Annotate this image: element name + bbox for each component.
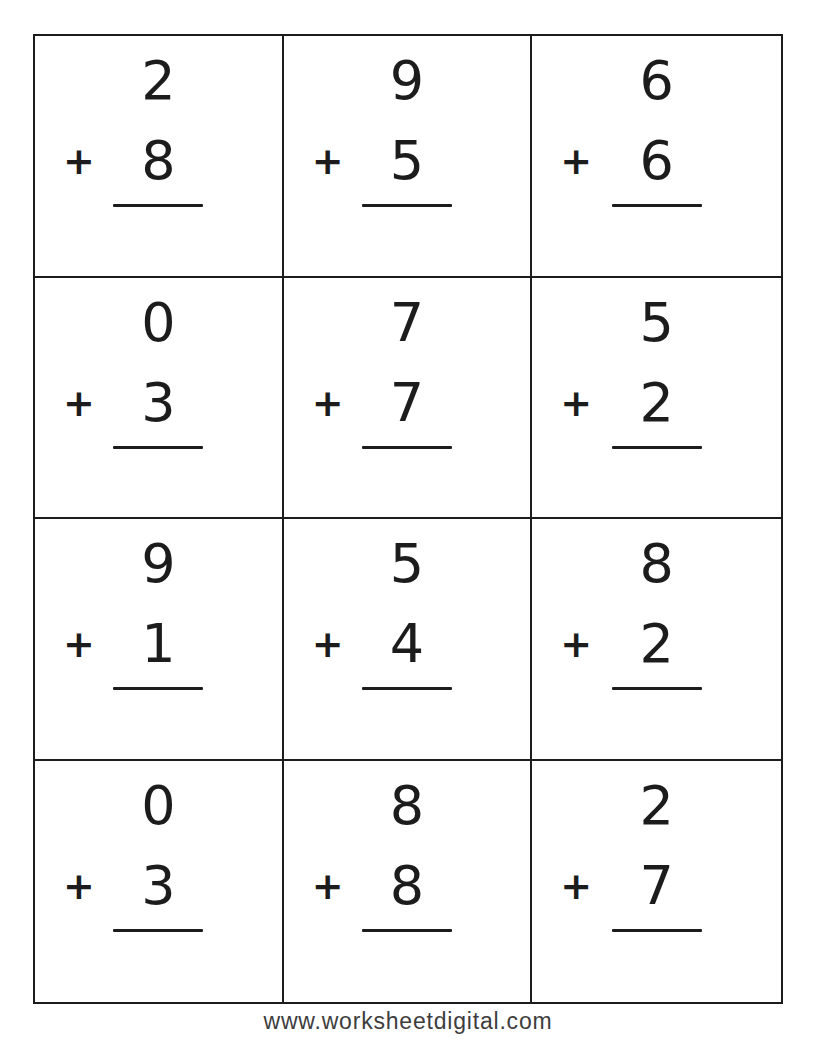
problem-grid: 2 + 8 9 + 5 6 + 6 0 +: [33, 34, 783, 1004]
answer-line: [113, 687, 203, 690]
addend-bottom: 7: [390, 371, 424, 434]
problem-cell-8: 5 + 4: [284, 519, 533, 761]
problem-cell-4: 0 + 3: [35, 278, 284, 520]
addend-bottom: 4: [390, 612, 424, 675]
answer-line: [362, 929, 452, 932]
plus-icon: +: [312, 142, 344, 180]
plus-icon: +: [63, 625, 95, 663]
problem-cell-1: 2 + 8: [35, 36, 284, 278]
addend-top: 8: [639, 532, 673, 595]
answer-line: [612, 446, 702, 449]
addend-bottom: 1: [141, 612, 175, 675]
problem-cell-5: 7 + 7: [284, 278, 533, 520]
answer-line: [113, 929, 203, 932]
answer-line: [113, 204, 203, 207]
plus-icon: +: [63, 384, 95, 422]
addend-top: 9: [390, 49, 424, 112]
problem-cell-7: 9 + 1: [35, 519, 284, 761]
addend-top: 2: [141, 49, 175, 112]
problem-cell-11: 8 + 8: [284, 761, 533, 1003]
addend-bottom: 7: [639, 854, 673, 917]
plus-icon: +: [560, 625, 592, 663]
addend-top: 5: [639, 291, 673, 354]
addend-top: 0: [141, 774, 175, 837]
plus-icon: +: [63, 142, 95, 180]
worksheet-page: 2 + 8 9 + 5 6 + 6 0 +: [0, 0, 816, 1056]
problem-cell-2: 9 + 5: [284, 36, 533, 278]
addend-bottom: 6: [639, 129, 673, 192]
addend-top: 7: [390, 291, 424, 354]
answer-line: [612, 929, 702, 932]
answer-line: [362, 446, 452, 449]
plus-icon: +: [560, 867, 592, 905]
addend-bottom: 8: [390, 854, 424, 917]
problem-cell-10: 0 + 3: [35, 761, 284, 1003]
addend-top: 8: [390, 774, 424, 837]
addend-top: 6: [639, 49, 673, 112]
footer-url: www.worksheetdigital.com: [0, 1008, 816, 1035]
answer-line: [362, 204, 452, 207]
answer-line: [113, 446, 203, 449]
addend-bottom: 2: [639, 612, 673, 675]
problem-cell-9: 8 + 2: [532, 519, 781, 761]
addend-bottom: 5: [390, 129, 424, 192]
addend-top: 2: [639, 774, 673, 837]
addend-bottom: 8: [141, 129, 175, 192]
addend-top: 9: [141, 532, 175, 595]
answer-line: [612, 204, 702, 207]
addend-top: 5: [390, 532, 424, 595]
addend-bottom: 2: [639, 371, 673, 434]
addend-top: 0: [141, 291, 175, 354]
plus-icon: +: [312, 625, 344, 663]
plus-icon: +: [312, 384, 344, 422]
answer-line: [362, 687, 452, 690]
addend-bottom: 3: [141, 854, 175, 917]
plus-icon: +: [560, 142, 592, 180]
addend-bottom: 3: [141, 371, 175, 434]
plus-icon: +: [560, 384, 592, 422]
problem-cell-3: 6 + 6: [532, 36, 781, 278]
answer-line: [612, 687, 702, 690]
problem-cell-12: 2 + 7: [532, 761, 781, 1003]
plus-icon: +: [63, 867, 95, 905]
problem-cell-6: 5 + 2: [532, 278, 781, 520]
plus-icon: +: [312, 867, 344, 905]
